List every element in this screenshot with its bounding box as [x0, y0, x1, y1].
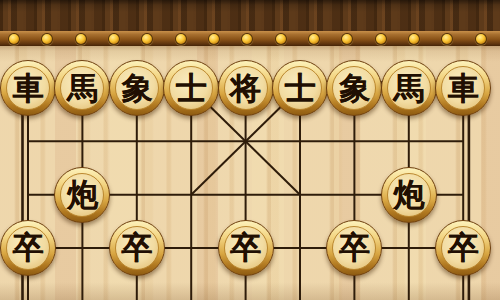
piece-face: 象 [332, 66, 376, 110]
piece-black-chariot[interactable]: 車 [435, 60, 491, 116]
xiangqi-app-screen: 車馬象士将士象馬車炮炮卒卒卒卒卒 [0, 0, 500, 300]
piece-glyph: 卒 [13, 232, 44, 263]
piece-black-soldier[interactable]: 卒 [0, 220, 56, 276]
piece-black-soldier[interactable]: 卒 [218, 220, 274, 276]
piece-black-soldier[interactable]: 卒 [435, 220, 491, 276]
piece-glyph: 士 [176, 73, 207, 104]
piece-glyph: 炮 [393, 179, 424, 210]
piece-glyph: 象 [121, 73, 152, 104]
piece-face: 炮 [60, 173, 104, 217]
piece-glyph: 将 [230, 73, 261, 104]
piece-face: 馬 [60, 66, 104, 110]
piece-black-elephant[interactable]: 象 [109, 60, 165, 116]
piece-glyph: 卒 [121, 232, 152, 263]
piece-face: 士 [278, 66, 322, 110]
piece-black-soldier[interactable]: 卒 [109, 220, 165, 276]
piece-glyph: 車 [448, 73, 479, 104]
piece-face: 車 [6, 66, 50, 110]
piece-glyph: 炮 [67, 179, 98, 210]
piece-black-cannon[interactable]: 炮 [54, 167, 110, 223]
piece-face: 馬 [387, 66, 431, 110]
piece-glyph: 卒 [448, 232, 479, 263]
piece-black-chariot[interactable]: 車 [0, 60, 56, 116]
piece-black-cannon[interactable]: 炮 [381, 167, 437, 223]
piece-face: 卒 [441, 226, 485, 270]
piece-face: 将 [224, 66, 268, 110]
piece-glyph: 馬 [67, 73, 98, 104]
piece-glyph: 卒 [339, 232, 370, 263]
piece-face: 卒 [6, 226, 50, 270]
piece-black-elephant[interactable]: 象 [326, 60, 382, 116]
piece-glyph: 卒 [230, 232, 261, 263]
piece-glyph: 車 [13, 73, 44, 104]
piece-black-soldier[interactable]: 卒 [326, 220, 382, 276]
piece-face: 車 [441, 66, 485, 110]
piece-glyph: 馬 [393, 73, 424, 104]
piece-face: 象 [115, 66, 159, 110]
piece-black-advisor[interactable]: 士 [272, 60, 328, 116]
piece-black-advisor[interactable]: 士 [163, 60, 219, 116]
piece-black-horse[interactable]: 馬 [54, 60, 110, 116]
piece-face: 卒 [332, 226, 376, 270]
piece-glyph: 象 [339, 73, 370, 104]
piece-face: 士 [169, 66, 213, 110]
piece-black-general[interactable]: 将 [218, 60, 274, 116]
piece-black-horse[interactable]: 馬 [381, 60, 437, 116]
piece-glyph: 士 [285, 73, 316, 104]
piece-face: 卒 [224, 226, 268, 270]
piece-face: 炮 [387, 173, 431, 217]
piece-face: 卒 [115, 226, 159, 270]
